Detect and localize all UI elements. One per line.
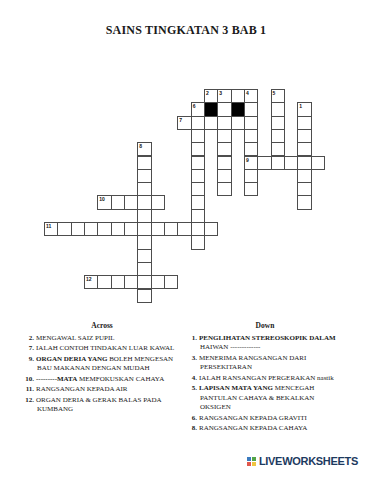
grid-cell-r10c9[interactable] [164,222,178,236]
clue-across-12: 12.ORGAN DERIA & GERAK BALAS PADA KUMBAN… [23,396,181,415]
clue-number: 2. [23,334,34,344]
clue-number: 10. [23,375,34,385]
cell-number-6: 6 [193,103,196,109]
grid-cell-r4c13[interactable] [217,142,231,156]
grid-cell-r10c1[interactable] [57,222,71,236]
grid-cell-r10c3[interactable] [84,222,98,236]
clue-number: 7. [23,344,34,354]
clue-down-8: 8.RANGSANGAN KEPADA CAHAYA [186,424,344,434]
grid-cell-r2c12[interactable] [204,116,218,130]
grid-cell-r15c7[interactable] [137,289,151,303]
grid-cell-r10c4[interactable] [97,222,111,236]
logo-square-1 [252,457,256,461]
grid-cell-r3c15[interactable] [244,129,258,143]
clue-text: IALAH RANSANGAN PERGERAKAN nastik [199,374,334,382]
grid-cell-r7c13[interactable] [217,182,231,196]
clue-number: 6. [186,414,197,424]
grid-cell-r11c11[interactable] [191,235,205,249]
grid-cell-r8c4[interactable]: 10 [97,195,111,209]
clue-number: 1. [186,334,197,344]
grid-cell-r10c10[interactable] [177,222,191,236]
grid-cell-r0c12[interactable]: 2 [204,89,218,103]
grid-cell-r14c4[interactable] [97,275,111,289]
grid-cell-r1c12 [204,102,218,116]
logo-square-3 [252,462,256,466]
down-clues-section: Down 1.PENGLIHATAN STEREOSKOPIK DALAM HA… [186,321,344,435]
clue-down-6: 6.RANGSANGAN KEPADA GRAVITI [186,414,344,424]
grid-cell-r8c6[interactable] [124,195,138,209]
across-clues-section: Across 2.MENGAWAL SAIZ PUPIL7.IALAH CONT… [23,321,181,416]
clue-number: 3. [186,354,197,364]
grid-cell-r12c7[interactable] [137,249,151,263]
worksheet-page: SAINS TINGKATAN 3 BAB 1 234561789101112 … [0,0,372,480]
grid-cell-r1c13[interactable] [217,102,231,116]
cell-number-9: 9 [246,157,249,163]
grid-cell-r8c8[interactable] [151,195,165,209]
grid-cell-r5c20[interactable] [311,156,325,170]
clue-text: IALAH CONTOH TINDAKAN LUAR KAWAL [36,344,174,352]
grid-cell-r4c17[interactable] [271,142,285,156]
across-header: Across [23,321,181,331]
grid-cell-r14c8[interactable] [151,275,165,289]
grid-cell-r2c13[interactable] [217,116,231,130]
liveworksheets-logo-icon [247,457,256,466]
grid-cell-r13c7[interactable] [137,262,151,276]
clue-across-7: 7.IALAH CONTOH TINDAKAN LUAR KAWAL [23,344,181,354]
grid-cell-r0c13[interactable]: 3 [217,89,231,103]
grid-cell-r6c7[interactable] [137,169,151,183]
grid-cell-r10c6[interactable] [124,222,138,236]
grid-cell-r3c11[interactable] [191,129,205,143]
grid-cell-r2c14[interactable] [231,116,245,130]
grid-cell-r2c15[interactable] [244,116,258,130]
clue-number: 5. [186,384,197,394]
clue-across-9: 9.ORGAN DERIA YANG BOLEH MENGESAN BAU MA… [23,355,181,374]
clue-number: 4. [186,374,197,384]
clue-text: HAIWAN ------------- [200,343,260,351]
clue-text-bold: ---------MATA [36,375,77,383]
cell-number-1: 1 [299,103,302,109]
grid-cell-r5c7[interactable] [137,156,151,170]
grid-cell-r1c11[interactable]: 6 [191,102,205,116]
grid-cell-r8c7[interactable] [137,195,151,209]
cell-number-7: 7 [179,117,182,123]
grid-cell-r2c19[interactable] [297,116,311,130]
grid-cell-r5c18[interactable] [284,156,298,170]
grid-cell-r5c17[interactable] [271,156,285,170]
grid-cell-r8c5[interactable] [111,195,125,209]
grid-cell-r7c11[interactable] [191,182,205,196]
grid-cell-r14c6[interactable] [124,275,138,289]
clue-text-bold: PENGLIHATAN STEREOSKOPIK DALAM [199,334,336,342]
cell-number-4: 4 [246,90,249,96]
clue-text-bold: LAPISAN MATA YANG [199,384,273,392]
clue-text-bold: ORGAN DERIA YANG [36,355,107,363]
grid-cell-r0c15[interactable]: 4 [244,89,258,103]
grid-cell-r1c19[interactable]: 1 [297,102,311,116]
grid-cell-r4c19[interactable] [297,142,311,156]
grid-cell-r5c15[interactable]: 9 [244,156,258,170]
grid-cell-r5c11[interactable] [191,156,205,170]
grid-cell-r5c16[interactable] [257,156,271,170]
grid-cell-r6c13[interactable] [217,169,231,183]
grid-cell-r6c19[interactable] [297,169,311,183]
clue-across-2: 2.MENGAWAL SAIZ PUPIL [23,334,181,344]
cell-number-3: 3 [219,90,222,96]
grid-cell-r11c7[interactable] [137,235,151,249]
grid-cell-r1c17[interactable] [271,102,285,116]
worksheet-title: SAINS TINGKATAN 3 BAB 1 [0,23,372,38]
grid-cell-r9c11[interactable] [191,209,205,223]
grid-cell-r2c10[interactable]: 7 [177,116,191,130]
clue-text: MENGAWAL SAIZ PUPIL [36,334,115,342]
grid-cell-r5c13[interactable] [217,156,231,170]
clue-down-3: 3.MENERIMA RANGSANGAN DARI PERSEKITARAN [186,354,344,373]
clue-number: 12. [23,396,34,406]
grid-cell-r10c2[interactable] [71,222,85,236]
grid-cell-r10c5[interactable] [111,222,125,236]
cell-number-8: 8 [139,143,142,149]
grid-cell-r10c11[interactable] [191,222,205,236]
grid-cell-r1c14 [231,102,245,116]
grid-cell-r9c7[interactable] [137,209,151,223]
clue-text: ORGAN DERIA & GERAK BALAS PADA KUMBANG [36,396,162,414]
grid-cell-r10c0[interactable]: 11 [44,222,58,236]
down-clue-list: 1.PENGLIHATAN STEREOSKOPIK DALAM HAIWAN … [186,334,344,434]
clue-text: RANGSANGAN KEPADA CAHAYA [199,424,307,432]
clue-across-10: 10.---------MATA MEMFOKUSKAN CAHAYA [23,375,181,385]
grid-cell-r10c7[interactable] [137,222,151,236]
grid-cell-r14c7[interactable] [137,275,151,289]
grid-cell-r3c17[interactable] [271,129,285,143]
grid-cell-r7c7[interactable] [137,182,151,196]
grid-cell-r10c12[interactable] [204,222,218,236]
grid-cell-r2c11[interactable] [191,116,205,130]
cell-number-10: 10 [99,196,105,202]
down-header: Down [186,321,344,331]
grid-cell-r14c3[interactable]: 12 [84,275,98,289]
grid-cell-r4c15[interactable] [244,142,258,156]
grid-cell-r4c7[interactable]: 8 [137,142,151,156]
liveworksheets-brand[interactable]: LIVEWORKSHEETS [247,455,358,467]
grid-cell-r14c5[interactable] [111,275,125,289]
clue-across-11: 11.RANGSANGAN KEPADA AIR [23,385,181,395]
grid-cell-r14c9[interactable] [164,275,178,289]
grid-cell-r7c15[interactable] [244,182,258,196]
grid-cell-r6c15[interactable] [244,169,258,183]
clue-text: RANGSANGAN KEPADA GRAVITI [199,414,307,422]
clue-down-1: 1.PENGLIHATAN STEREOSKOPIK DALAM HAIWAN … [186,334,344,353]
grid-cell-r8c19[interactable] [297,195,311,209]
grid-cell-r10c8[interactable] [151,222,165,236]
clue-number: 8. [186,424,197,434]
clue-text: MEMFOKUSKAN CAHAYA [77,375,164,383]
grid-cell-r0c17[interactable]: 5 [271,89,285,103]
cell-number-5: 5 [273,90,276,96]
across-clue-list: 2.MENGAWAL SAIZ PUPIL7.IALAH CONTOH TIND… [23,334,181,415]
clue-text: MENERIMA RANGSANGAN DARI PERSEKITARAN [199,354,306,372]
cell-number-12: 12 [86,276,92,282]
cell-number-11: 11 [46,223,51,229]
clue-number: 9. [23,355,34,365]
grid-cell-r6c11[interactable] [191,169,205,183]
clue-down-4: 4.IALAH RANSANGAN PERGERAKAN nastik [186,374,344,384]
clue-text: RANGSANGAN KEPADA AIR [36,385,128,393]
grid-cell-r5c19[interactable] [297,156,311,170]
grid-cell-r3c19[interactable] [297,129,311,143]
cell-number-2: 2 [206,90,209,96]
grid-cell-r3c13[interactable] [217,129,231,143]
liveworksheets-wordmark[interactable]: LIVEWORKSHEETS [259,455,358,467]
grid-cell-r1c15[interactable] [244,102,258,116]
crossword-grid: 234561789101112 [44,89,326,304]
clue-number: 11. [23,385,34,395]
grid-cell-r2c17[interactable] [271,116,285,130]
grid-cell-r0c14[interactable] [231,89,245,103]
grid-cell-r8c11[interactable] [191,195,205,209]
logo-square-0 [247,457,251,461]
grid-cell-r4c11[interactable] [191,142,205,156]
clue-down-5: 5.LAPISAN MATA YANG MENCEGAH PANTULAN CA… [186,384,344,413]
grid-cell-r7c19[interactable] [297,182,311,196]
logo-square-2 [247,462,251,466]
